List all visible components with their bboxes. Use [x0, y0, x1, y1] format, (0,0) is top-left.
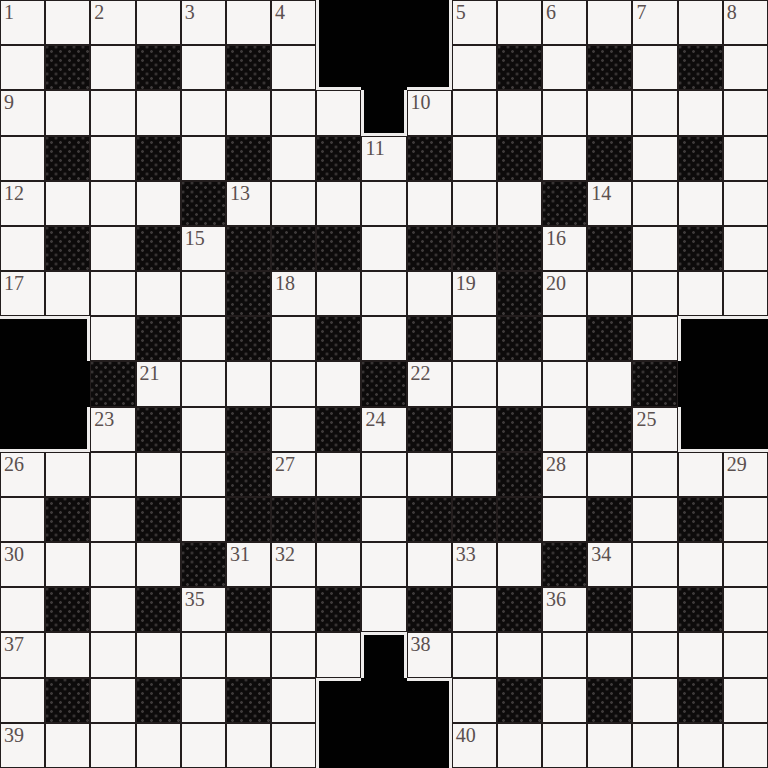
cell-r6c2[interactable] — [90, 271, 135, 316]
cell-r6c16[interactable] — [723, 271, 768, 316]
cell-r15c16[interactable] — [723, 678, 768, 723]
clue-number-13: 13 — [230, 182, 250, 204]
cell-r4c10[interactable] — [452, 181, 497, 226]
cell-r3c14[interactable] — [632, 136, 677, 181]
cell-r6c4[interactable] — [181, 271, 226, 316]
cell-r8c5[interactable] — [226, 361, 271, 406]
clue-number-2: 2 — [94, 1, 104, 23]
cell-r10c10[interactable] — [452, 452, 497, 497]
clue-number-35: 35 — [185, 588, 205, 610]
cell-r2c12[interactable] — [542, 90, 587, 135]
cell-r2c5[interactable] — [226, 90, 271, 135]
cell-r9c6[interactable] — [271, 407, 316, 452]
cell-r7c8[interactable] — [361, 316, 406, 361]
cell-r0c11[interactable] — [497, 0, 542, 45]
cell-r0c13[interactable] — [587, 0, 632, 45]
cell-r5c14[interactable] — [632, 226, 677, 271]
cell-r14c4[interactable] — [181, 632, 226, 677]
cell-r13c6[interactable] — [271, 587, 316, 632]
cell-r9c8[interactable]: 24 — [361, 407, 406, 452]
block-cell-r11c6 — [271, 497, 316, 542]
clue-number-22: 22 — [411, 362, 431, 384]
cell-r14c14[interactable] — [632, 632, 677, 677]
cell-r4c8[interactable] — [361, 181, 406, 226]
void-r7c16 — [723, 316, 768, 361]
cell-r0c1[interactable] — [45, 0, 90, 45]
cell-r6c6[interactable]: 18 — [271, 271, 316, 316]
cell-r8c10[interactable] — [452, 361, 497, 406]
block-cell-r5c13 — [587, 226, 632, 271]
cell-r2c7[interactable] — [316, 90, 361, 135]
cell-r16c5[interactable] — [226, 723, 271, 768]
cell-r4c11[interactable] — [497, 181, 542, 226]
block-cell-r9c11 — [497, 407, 542, 452]
clue-number-6: 6 — [546, 1, 556, 23]
cell-r2c1[interactable] — [45, 90, 90, 135]
block-cell-r4c12 — [542, 181, 587, 226]
cell-r0c0[interactable]: 1 — [0, 0, 45, 45]
cell-r4c13[interactable]: 14 — [587, 181, 632, 226]
cell-r12c8[interactable] — [361, 542, 406, 587]
clue-number-9: 9 — [4, 91, 14, 113]
cell-r10c7[interactable] — [316, 452, 361, 497]
cell-r8c3[interactable]: 21 — [136, 361, 181, 406]
block-cell-r8c14 — [632, 361, 677, 406]
block-cell-r3c9 — [407, 136, 452, 181]
cell-r11c16[interactable] — [723, 497, 768, 542]
cell-r10c16[interactable]: 29 — [723, 452, 768, 497]
cell-r15c12[interactable] — [542, 678, 587, 723]
cell-r9c2[interactable]: 23 — [90, 407, 135, 452]
cell-r13c8[interactable] — [361, 587, 406, 632]
cell-r6c12[interactable]: 20 — [542, 271, 587, 316]
cell-r4c2[interactable] — [90, 181, 135, 226]
cell-r12c6[interactable]: 32 — [271, 542, 316, 587]
cell-r1c0[interactable] — [0, 45, 45, 90]
block-cell-r12c12 — [542, 542, 587, 587]
block-cell-r9c7 — [316, 407, 361, 452]
block-cell-r5c5 — [226, 226, 271, 271]
block-cell-r9c9 — [407, 407, 452, 452]
block-cell-r7c9 — [407, 316, 452, 361]
cell-r11c12[interactable] — [542, 497, 587, 542]
cell-r15c6[interactable] — [271, 678, 316, 723]
block-cell-r5c11 — [497, 226, 542, 271]
cell-r12c5[interactable]: 31 — [226, 542, 271, 587]
cell-r4c16[interactable] — [723, 181, 768, 226]
clue-number-25: 25 — [636, 408, 656, 430]
block-cell-r3c3 — [136, 136, 181, 181]
cell-r5c0[interactable] — [0, 226, 45, 271]
cell-r12c9[interactable] — [407, 542, 452, 587]
cell-r2c9[interactable]: 10 — [407, 90, 452, 135]
cell-r8c11[interactable] — [497, 361, 542, 406]
cell-r14c2[interactable] — [90, 632, 135, 677]
cell-r12c1[interactable] — [45, 542, 90, 587]
clue-number-7: 7 — [636, 1, 646, 23]
clue-number-19: 19 — [456, 272, 476, 294]
cell-r3c12[interactable] — [542, 136, 587, 181]
cell-r13c4[interactable]: 35 — [181, 587, 226, 632]
cell-r4c3[interactable] — [136, 181, 181, 226]
cell-r1c6[interactable] — [271, 45, 316, 90]
void-r16c7 — [316, 723, 361, 768]
cell-r7c2[interactable] — [90, 316, 135, 361]
cell-r6c3[interactable] — [136, 271, 181, 316]
block-cell-r13c1 — [45, 587, 90, 632]
cell-r10c4[interactable] — [181, 452, 226, 497]
block-cell-r6c5 — [226, 271, 271, 316]
cell-r11c2[interactable] — [90, 497, 135, 542]
cell-r10c6[interactable]: 27 — [271, 452, 316, 497]
cell-r11c0[interactable] — [0, 497, 45, 542]
cell-r14c12[interactable] — [542, 632, 587, 677]
block-cell-r5c10 — [452, 226, 497, 271]
cell-r1c14[interactable] — [632, 45, 677, 90]
block-cell-r5c3 — [136, 226, 181, 271]
cell-r16c16[interactable] — [723, 723, 768, 768]
block-cell-r5c1 — [45, 226, 90, 271]
void-r15c9 — [407, 678, 452, 723]
cell-r5c12[interactable]: 16 — [542, 226, 587, 271]
cell-r7c10[interactable] — [452, 316, 497, 361]
block-cell-r8c8 — [361, 361, 406, 406]
cell-r1c12[interactable] — [542, 45, 587, 90]
cell-r4c5[interactable]: 13 — [226, 181, 271, 226]
cell-r6c8[interactable] — [361, 271, 406, 316]
clue-number-15: 15 — [185, 227, 205, 249]
cell-r15c2[interactable] — [90, 678, 135, 723]
block-cell-r11c15 — [678, 497, 723, 542]
cell-r7c4[interactable] — [181, 316, 226, 361]
clue-number-4: 4 — [275, 1, 285, 23]
cell-r2c3[interactable] — [136, 90, 181, 135]
cell-r0c2[interactable]: 2 — [90, 0, 135, 45]
cell-r4c0[interactable]: 12 — [0, 181, 45, 226]
cell-r6c10[interactable]: 19 — [452, 271, 497, 316]
cell-r10c1[interactable] — [45, 452, 90, 497]
cell-r14c6[interactable] — [271, 632, 316, 677]
cell-r8c13[interactable] — [587, 361, 632, 406]
cell-r14c5[interactable] — [226, 632, 271, 677]
clue-number-16: 16 — [546, 227, 566, 249]
block-cell-r13c5 — [226, 587, 271, 632]
cell-r0c16[interactable]: 8 — [723, 0, 768, 45]
void-r1c7 — [316, 45, 361, 90]
cell-r3c16[interactable] — [723, 136, 768, 181]
cell-r11c14[interactable] — [632, 497, 677, 542]
cell-r10c12[interactable]: 28 — [542, 452, 587, 497]
void-r9c16 — [723, 407, 768, 452]
cell-r13c12[interactable]: 36 — [542, 587, 587, 632]
cell-r14c16[interactable] — [723, 632, 768, 677]
block-cell-r6c11 — [497, 271, 542, 316]
clue-number-38: 38 — [411, 633, 431, 655]
cell-r6c7[interactable] — [316, 271, 361, 316]
block-cell-r11c1 — [45, 497, 90, 542]
cell-r16c11[interactable] — [497, 723, 542, 768]
cell-r1c16[interactable] — [723, 45, 768, 90]
cell-r4c1[interactable] — [45, 181, 90, 226]
block-cell-r15c5 — [226, 678, 271, 723]
cell-r16c2[interactable] — [90, 723, 135, 768]
block-cell-r3c13 — [587, 136, 632, 181]
cell-r11c8[interactable] — [361, 497, 406, 542]
block-cell-r13c7 — [316, 587, 361, 632]
void-r16c9 — [407, 723, 452, 768]
block-cell-r13c3 — [136, 587, 181, 632]
cell-r5c8[interactable] — [361, 226, 406, 271]
cell-r13c16[interactable] — [723, 587, 768, 632]
cell-r16c12[interactable] — [542, 723, 587, 768]
cell-r16c6[interactable] — [271, 723, 316, 768]
cell-r12c3[interactable] — [136, 542, 181, 587]
block-cell-r15c3 — [136, 678, 181, 723]
cell-r12c13[interactable]: 34 — [587, 542, 632, 587]
void-r2c8 — [361, 90, 406, 135]
block-cell-r11c7 — [316, 497, 361, 542]
cell-r2c10[interactable] — [452, 90, 497, 135]
cell-r15c4[interactable] — [181, 678, 226, 723]
clue-number-39: 39 — [4, 724, 24, 746]
clue-number-10: 10 — [411, 91, 431, 113]
cell-r14c7[interactable] — [316, 632, 361, 677]
cell-r2c2[interactable] — [90, 90, 135, 135]
cell-r14c15[interactable] — [678, 632, 723, 677]
cell-r16c0[interactable]: 39 — [0, 723, 45, 768]
block-cell-r5c6 — [271, 226, 316, 271]
void-r9c1 — [45, 407, 90, 452]
clue-number-30: 30 — [4, 543, 24, 565]
block-cell-r10c5 — [226, 452, 271, 497]
clue-number-40: 40 — [456, 724, 476, 746]
cell-r4c9[interactable] — [407, 181, 452, 226]
block-cell-r11c13 — [587, 497, 632, 542]
cell-r4c7[interactable] — [316, 181, 361, 226]
cell-r9c12[interactable] — [542, 407, 587, 452]
cell-r9c14[interactable]: 25 — [632, 407, 677, 452]
cell-r7c6[interactable] — [271, 316, 316, 361]
cell-r14c1[interactable] — [45, 632, 90, 677]
cell-r12c15[interactable] — [678, 542, 723, 587]
block-cell-r3c15 — [678, 136, 723, 181]
cell-r13c2[interactable] — [90, 587, 135, 632]
clue-number-36: 36 — [546, 588, 566, 610]
void-r7c15 — [678, 316, 723, 361]
block-cell-r7c5 — [226, 316, 271, 361]
cell-r14c3[interactable] — [136, 632, 181, 677]
void-r7c0 — [0, 316, 45, 361]
block-cell-r9c3 — [136, 407, 181, 452]
void-r1c9 — [407, 45, 452, 90]
cell-r8c6[interactable] — [271, 361, 316, 406]
block-cell-r7c11 — [497, 316, 542, 361]
cell-r12c2[interactable] — [90, 542, 135, 587]
cell-r1c4[interactable] — [181, 45, 226, 90]
clue-number-27: 27 — [275, 453, 295, 475]
block-cell-r3c5 — [226, 136, 271, 181]
clue-number-14: 14 — [591, 182, 611, 204]
block-cell-r15c15 — [678, 678, 723, 723]
cell-r16c4[interactable] — [181, 723, 226, 768]
cell-r10c9[interactable] — [407, 452, 452, 497]
clue-number-34: 34 — [591, 543, 611, 565]
cell-r3c2[interactable] — [90, 136, 135, 181]
cell-r4c15[interactable] — [678, 181, 723, 226]
block-cell-r13c13 — [587, 587, 632, 632]
void-r8c15 — [678, 361, 723, 406]
cell-r6c14[interactable] — [632, 271, 677, 316]
block-cell-r1c11 — [497, 45, 542, 90]
cell-r0c4[interactable]: 3 — [181, 0, 226, 45]
void-r9c15 — [678, 407, 723, 452]
block-cell-r5c9 — [407, 226, 452, 271]
block-cell-r13c11 — [497, 587, 542, 632]
cell-r3c0[interactable] — [0, 136, 45, 181]
cell-r14c10[interactable] — [452, 632, 497, 677]
cell-r16c1[interactable] — [45, 723, 90, 768]
block-cell-r3c1 — [45, 136, 90, 181]
cell-r1c2[interactable] — [90, 45, 135, 90]
cell-r2c11[interactable] — [497, 90, 542, 135]
void-r0c7 — [316, 0, 361, 45]
cell-r16c10[interactable]: 40 — [452, 723, 497, 768]
block-cell-r5c7 — [316, 226, 361, 271]
cell-r4c6[interactable] — [271, 181, 316, 226]
cell-r0c5[interactable] — [226, 0, 271, 45]
clue-number-29: 29 — [727, 453, 747, 475]
cell-r3c6[interactable] — [271, 136, 316, 181]
block-cell-r10c11 — [497, 452, 542, 497]
clue-number-20: 20 — [546, 272, 566, 294]
cell-r10c8[interactable] — [361, 452, 406, 497]
cell-r14c13[interactable] — [587, 632, 632, 677]
void-r15c7 — [316, 678, 361, 723]
block-cell-r7c7 — [316, 316, 361, 361]
block-cell-r1c15 — [678, 45, 723, 90]
cell-r12c0[interactable]: 30 — [0, 542, 45, 587]
clue-number-26: 26 — [4, 453, 24, 475]
cell-r16c15[interactable] — [678, 723, 723, 768]
cell-r9c4[interactable] — [181, 407, 226, 452]
cell-r12c14[interactable] — [632, 542, 677, 587]
clue-number-5: 5 — [456, 1, 466, 23]
cell-r10c13[interactable] — [587, 452, 632, 497]
void-r14c8 — [361, 632, 406, 677]
block-cell-r3c7 — [316, 136, 361, 181]
void-r9c0 — [0, 407, 45, 452]
cell-r2c13[interactable] — [587, 90, 632, 135]
clue-number-33: 33 — [456, 543, 476, 565]
clue-number-31: 31 — [230, 543, 250, 565]
clue-number-37: 37 — [4, 633, 24, 655]
cell-r16c13[interactable] — [587, 723, 632, 768]
cell-r2c14[interactable] — [632, 90, 677, 135]
block-cell-r15c13 — [587, 678, 632, 723]
cell-r10c0[interactable]: 26 — [0, 452, 45, 497]
cell-r10c2[interactable] — [90, 452, 135, 497]
block-cell-r5c15 — [678, 226, 723, 271]
block-cell-r13c15 — [678, 587, 723, 632]
void-r8c0 — [0, 361, 45, 406]
cell-r1c10[interactable] — [452, 45, 497, 90]
cell-r14c11[interactable] — [497, 632, 542, 677]
cell-r9c10[interactable] — [452, 407, 497, 452]
cell-r15c10[interactable] — [452, 678, 497, 723]
cell-r15c0[interactable] — [0, 678, 45, 723]
cell-r2c16[interactable] — [723, 90, 768, 135]
cell-r14c0[interactable]: 37 — [0, 632, 45, 677]
cell-r13c10[interactable] — [452, 587, 497, 632]
block-cell-r7c13 — [587, 316, 632, 361]
block-cell-r15c1 — [45, 678, 90, 723]
block-cell-r11c9 — [407, 497, 452, 542]
cell-r3c8[interactable]: 11 — [361, 136, 406, 181]
cell-r3c10[interactable] — [452, 136, 497, 181]
cell-r3c4[interactable] — [181, 136, 226, 181]
cell-r0c10[interactable]: 5 — [452, 0, 497, 45]
cell-r12c10[interactable]: 33 — [452, 542, 497, 587]
cell-r0c12[interactable]: 6 — [542, 0, 587, 45]
cell-r8c12[interactable] — [542, 361, 587, 406]
cell-r10c14[interactable] — [632, 452, 677, 497]
cell-r0c3[interactable] — [136, 0, 181, 45]
void-r0c8 — [361, 0, 406, 45]
cell-r2c6[interactable] — [271, 90, 316, 135]
block-cell-r11c10 — [452, 497, 497, 542]
cell-r2c15[interactable] — [678, 90, 723, 135]
cell-r12c7[interactable] — [316, 542, 361, 587]
cell-r16c3[interactable] — [136, 723, 181, 768]
cell-r7c12[interactable] — [542, 316, 587, 361]
cell-r5c4[interactable]: 15 — [181, 226, 226, 271]
cell-r12c16[interactable] — [723, 542, 768, 587]
cell-r10c15[interactable] — [678, 452, 723, 497]
cell-r0c14[interactable]: 7 — [632, 0, 677, 45]
cell-r15c14[interactable] — [632, 678, 677, 723]
cell-r2c0[interactable]: 9 — [0, 90, 45, 135]
cell-r13c14[interactable] — [632, 587, 677, 632]
cell-r6c0[interactable]: 17 — [0, 271, 45, 316]
cell-r14c9[interactable]: 38 — [407, 632, 452, 677]
cell-r13c0[interactable] — [0, 587, 45, 632]
block-cell-r11c5 — [226, 497, 271, 542]
cell-r0c15[interactable] — [678, 0, 723, 45]
cell-r6c1[interactable] — [45, 271, 90, 316]
cell-r5c16[interactable] — [723, 226, 768, 271]
cell-r10c3[interactable] — [136, 452, 181, 497]
cell-r11c4[interactable] — [181, 497, 226, 542]
clue-number-28: 28 — [546, 453, 566, 475]
block-cell-r11c11 — [497, 497, 542, 542]
cell-r8c4[interactable] — [181, 361, 226, 406]
cell-r8c9[interactable]: 22 — [407, 361, 452, 406]
cell-r12c11[interactable] — [497, 542, 542, 587]
cell-r8c7[interactable] — [316, 361, 361, 406]
crossword-grid: 1234567891011121314151617181920212223242… — [0, 0, 768, 768]
cell-r16c14[interactable] — [632, 723, 677, 768]
cell-r6c13[interactable] — [587, 271, 632, 316]
cell-r4c14[interactable] — [632, 181, 677, 226]
cell-r6c9[interactable] — [407, 271, 452, 316]
block-cell-r7c3 — [136, 316, 181, 361]
cell-r6c15[interactable] — [678, 271, 723, 316]
block-cell-r1c13 — [587, 45, 632, 90]
cell-r2c4[interactable] — [181, 90, 226, 135]
cell-r0c6[interactable]: 4 — [271, 0, 316, 45]
cell-r5c2[interactable] — [90, 226, 135, 271]
cell-r7c14[interactable] — [632, 316, 677, 361]
